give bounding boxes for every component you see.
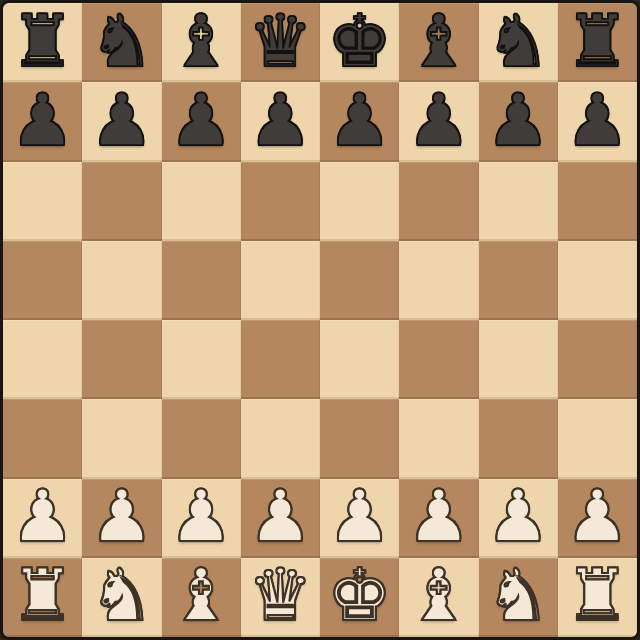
piece-white-pawn[interactable]: ♟ [327, 479, 392, 557]
square-d4[interactable] [241, 320, 320, 399]
piece-black-knight[interactable]: ♞ [90, 3, 155, 81]
square-g4[interactable] [479, 320, 558, 399]
square-d7[interactable]: ♟ [241, 82, 320, 161]
piece-white-pawn[interactable]: ♟ [565, 479, 630, 557]
square-g6[interactable] [479, 162, 558, 241]
square-e7[interactable]: ♟ [320, 82, 399, 161]
square-h8[interactable]: ♜ [558, 3, 637, 82]
piece-black-pawn[interactable]: ♟ [90, 82, 155, 160]
piece-white-king[interactable]: ♚ [327, 558, 392, 636]
square-c4[interactable] [162, 320, 241, 399]
piece-white-pawn[interactable]: ♟ [10, 479, 75, 557]
square-d6[interactable] [241, 162, 320, 241]
piece-white-pawn[interactable]: ♟ [248, 479, 313, 557]
square-f4[interactable] [399, 320, 478, 399]
square-e4[interactable] [320, 320, 399, 399]
square-a6[interactable] [3, 162, 82, 241]
square-g3[interactable] [479, 399, 558, 478]
square-d8[interactable]: ♛ [241, 3, 320, 82]
square-e1[interactable]: ♚ [320, 558, 399, 637]
square-d1[interactable]: ♛ [241, 558, 320, 637]
square-a1[interactable]: ♜ [3, 558, 82, 637]
piece-black-queen[interactable]: ♛ [248, 3, 313, 81]
square-a8[interactable]: ♜ [3, 3, 82, 82]
piece-white-pawn[interactable]: ♟ [169, 479, 234, 557]
square-b4[interactable] [82, 320, 161, 399]
piece-white-pawn[interactable]: ♟ [90, 479, 155, 557]
square-a2[interactable]: ♟ [3, 479, 82, 558]
piece-black-pawn[interactable]: ♟ [10, 82, 75, 160]
square-f3[interactable] [399, 399, 478, 478]
piece-black-pawn[interactable]: ♟ [407, 82, 472, 160]
square-d3[interactable] [241, 399, 320, 478]
square-f7[interactable]: ♟ [399, 82, 478, 161]
piece-black-rook[interactable]: ♜ [10, 3, 75, 81]
square-c6[interactable] [162, 162, 241, 241]
square-b2[interactable]: ♟ [82, 479, 161, 558]
piece-white-bishop[interactable]: ♝ [169, 558, 234, 636]
piece-white-bishop[interactable]: ♝ [407, 558, 472, 636]
square-h7[interactable]: ♟ [558, 82, 637, 161]
piece-black-pawn[interactable]: ♟ [565, 82, 630, 160]
square-h3[interactable] [558, 399, 637, 478]
piece-black-bishop[interactable]: ♝ [407, 3, 472, 81]
square-b3[interactable] [82, 399, 161, 478]
square-h1[interactable]: ♜ [558, 558, 637, 637]
piece-white-rook[interactable]: ♜ [10, 558, 75, 636]
piece-black-knight[interactable]: ♞ [486, 3, 551, 81]
square-f5[interactable] [399, 241, 478, 320]
square-b8[interactable]: ♞ [82, 3, 161, 82]
piece-white-knight[interactable]: ♞ [486, 558, 551, 636]
square-f1[interactable]: ♝ [399, 558, 478, 637]
piece-black-king[interactable]: ♚ [327, 3, 392, 81]
piece-white-pawn[interactable]: ♟ [407, 479, 472, 557]
piece-black-pawn[interactable]: ♟ [169, 82, 234, 160]
piece-black-pawn[interactable]: ♟ [486, 82, 551, 160]
piece-white-queen[interactable]: ♛ [248, 558, 313, 636]
square-b7[interactable]: ♟ [82, 82, 161, 161]
square-e6[interactable] [320, 162, 399, 241]
square-d2[interactable]: ♟ [241, 479, 320, 558]
square-g2[interactable]: ♟ [479, 479, 558, 558]
square-h5[interactable] [558, 241, 637, 320]
square-h2[interactable]: ♟ [558, 479, 637, 558]
square-c3[interactable] [162, 399, 241, 478]
square-c5[interactable] [162, 241, 241, 320]
square-b1[interactable]: ♞ [82, 558, 161, 637]
square-e8[interactable]: ♚ [320, 3, 399, 82]
square-g7[interactable]: ♟ [479, 82, 558, 161]
square-c2[interactable]: ♟ [162, 479, 241, 558]
piece-black-bishop[interactable]: ♝ [169, 3, 234, 81]
piece-white-knight[interactable]: ♞ [90, 558, 155, 636]
square-c8[interactable]: ♝ [162, 3, 241, 82]
square-a5[interactable] [3, 241, 82, 320]
piece-black-pawn[interactable]: ♟ [248, 82, 313, 160]
square-f8[interactable]: ♝ [399, 3, 478, 82]
piece-black-pawn[interactable]: ♟ [327, 82, 392, 160]
square-e2[interactable]: ♟ [320, 479, 399, 558]
square-e5[interactable] [320, 241, 399, 320]
square-h4[interactable] [558, 320, 637, 399]
square-g8[interactable]: ♞ [479, 3, 558, 82]
square-c7[interactable]: ♟ [162, 82, 241, 161]
piece-white-pawn[interactable]: ♟ [486, 479, 551, 557]
square-f2[interactable]: ♟ [399, 479, 478, 558]
square-f6[interactable] [399, 162, 478, 241]
square-g1[interactable]: ♞ [479, 558, 558, 637]
square-c1[interactable]: ♝ [162, 558, 241, 637]
square-a7[interactable]: ♟ [3, 82, 82, 161]
chess-board: ♜♞♝♛♚♝♞♜♟♟♟♟♟♟♟♟♟♟♟♟♟♟♟♟♜♞♝♛♚♝♞♜ [0, 0, 640, 640]
square-a4[interactable] [3, 320, 82, 399]
square-a3[interactable] [3, 399, 82, 478]
square-g5[interactable] [479, 241, 558, 320]
piece-black-rook[interactable]: ♜ [565, 3, 630, 81]
square-b5[interactable] [82, 241, 161, 320]
square-h6[interactable] [558, 162, 637, 241]
square-e3[interactable] [320, 399, 399, 478]
piece-white-rook[interactable]: ♜ [565, 558, 630, 636]
square-d5[interactable] [241, 241, 320, 320]
square-b6[interactable] [82, 162, 161, 241]
